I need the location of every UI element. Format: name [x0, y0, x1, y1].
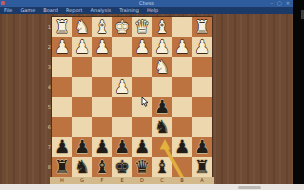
- piece-bP[interactable]: ♟: [114, 137, 130, 157]
- rank-label-6: 6: [43, 117, 51, 137]
- square-g6[interactable]: [72, 117, 92, 137]
- file-label-g: G: [72, 177, 92, 184]
- square-a4[interactable]: [192, 77, 212, 97]
- square-d2[interactable]: ♟: [132, 37, 152, 57]
- piece-wP[interactable]: ♟: [54, 37, 70, 57]
- square-b4[interactable]: [172, 77, 192, 97]
- edge-window-sliver: [301, 10, 304, 19]
- rank-label-4: 4: [43, 77, 51, 97]
- square-f5[interactable]: [92, 97, 112, 117]
- minimize-icon[interactable]: –: [271, 1, 274, 6]
- square-e7[interactable]: ♟: [112, 137, 132, 157]
- square-g8[interactable]: ♞: [72, 157, 92, 177]
- square-d5[interactable]: [132, 97, 152, 117]
- square-f2[interactable]: ♟: [92, 37, 112, 57]
- piece-wQ[interactable]: ♛: [134, 17, 150, 37]
- chess-app-window: Chess – ▢ ✕ FileGameBoardReportAnalysisT…: [0, 0, 304, 190]
- piece-bP[interactable]: ♟: [154, 97, 170, 117]
- square-c6[interactable]: ♞: [152, 117, 172, 137]
- file-label-b: B: [172, 177, 192, 184]
- square-g5[interactable]: [72, 97, 92, 117]
- piece-bP[interactable]: ♟: [174, 137, 190, 157]
- square-h8[interactable]: ♜: [52, 157, 72, 177]
- square-b3[interactable]: [172, 57, 192, 77]
- piece-wR[interactable]: ♜: [54, 17, 70, 37]
- file-label-c: C: [152, 177, 172, 184]
- piece-bP[interactable]: ♟: [134, 137, 150, 157]
- square-e3[interactable]: [112, 57, 132, 77]
- maximize-icon[interactable]: ▢: [277, 1, 282, 6]
- title-bar: Chess – ▢ ✕: [0, 0, 293, 7]
- square-c5[interactable]: ♟: [152, 97, 172, 117]
- square-g2[interactable]: ♟: [72, 37, 92, 57]
- piece-wP[interactable]: ♟: [74, 37, 90, 57]
- piece-bP[interactable]: ♟: [94, 137, 110, 157]
- square-a6[interactable]: [192, 117, 212, 137]
- square-a7[interactable]: ♟: [192, 137, 212, 157]
- square-c1[interactable]: ♝: [152, 17, 172, 37]
- piece-bK[interactable]: ♚: [114, 157, 130, 177]
- square-d6[interactable]: [132, 117, 152, 137]
- file-label-a: A: [192, 177, 212, 184]
- square-a2[interactable]: ♟: [192, 37, 212, 57]
- piece-wP[interactable]: ♟: [194, 37, 210, 57]
- taskbar-scrollbar-thumb[interactable]: [238, 186, 261, 189]
- piece-wN[interactable]: ♞: [154, 57, 170, 77]
- piece-bB[interactable]: ♝: [154, 157, 170, 177]
- square-e8[interactable]: ♚: [112, 157, 132, 177]
- screen-right-black-strip: [293, 0, 304, 184]
- rank-labels: 12345678: [43, 17, 51, 177]
- square-f3[interactable]: [92, 57, 112, 77]
- piece-bP[interactable]: ♟: [194, 137, 210, 157]
- file-labels-strip: HGFEDCBA: [50, 177, 214, 184]
- rank-label-1: 1: [43, 17, 51, 37]
- square-e6[interactable]: [112, 117, 132, 137]
- square-b6[interactable]: [172, 117, 192, 137]
- rank-label-3: 3: [43, 57, 51, 77]
- square-b1[interactable]: [172, 17, 192, 37]
- square-g1[interactable]: ♞: [72, 17, 92, 37]
- rank-label-7: 7: [43, 137, 51, 157]
- square-d8[interactable]: ♛: [132, 157, 152, 177]
- square-a1[interactable]: ♜: [192, 17, 212, 37]
- square-a3[interactable]: [192, 57, 212, 77]
- square-h3[interactable]: [52, 57, 72, 77]
- piece-wP[interactable]: ♟: [174, 37, 190, 57]
- square-c3[interactable]: ♞: [152, 57, 172, 77]
- menu-item-analysis[interactable]: Analysis: [87, 7, 116, 14]
- square-d3[interactable]: [132, 57, 152, 77]
- square-c4[interactable]: [152, 77, 172, 97]
- square-h7[interactable]: ♟: [52, 137, 72, 157]
- menu-item-game[interactable]: Game: [16, 7, 39, 14]
- piece-wP[interactable]: ♟: [94, 37, 110, 57]
- square-d4[interactable]: [132, 77, 152, 97]
- square-a5[interactable]: [192, 97, 212, 117]
- piece-wN[interactable]: ♞: [74, 17, 90, 37]
- piece-bN[interactable]: ♞: [154, 117, 170, 137]
- piece-bR[interactable]: ♜: [54, 157, 70, 177]
- file-label-f: F: [92, 177, 112, 184]
- rank-label-5: 5: [43, 97, 51, 117]
- menu-bar: FileGameBoardReportAnalysisTrainingHelp: [0, 7, 293, 14]
- square-h1[interactable]: ♜: [52, 17, 72, 37]
- square-e5[interactable]: [112, 97, 132, 117]
- square-b2[interactable]: ♟: [172, 37, 192, 57]
- square-b5[interactable]: [172, 97, 192, 117]
- square-h6[interactable]: [52, 117, 72, 137]
- square-g7[interactable]: ♟: [72, 137, 92, 157]
- window-controls: – ▢ ✕: [271, 0, 290, 7]
- menu-item-board[interactable]: Board: [39, 7, 62, 14]
- taskbar: [0, 184, 304, 190]
- piece-wP[interactable]: ♟: [134, 37, 150, 57]
- menu-item-help[interactable]: Help: [143, 7, 162, 14]
- square-c7[interactable]: [152, 137, 172, 157]
- close-icon[interactable]: ✕: [286, 1, 290, 6]
- piece-bP[interactable]: ♟: [74, 137, 90, 157]
- piece-bR[interactable]: ♜: [194, 157, 210, 177]
- piece-bQ[interactable]: ♛: [134, 157, 150, 177]
- piece-wP[interactable]: ♟: [114, 77, 130, 97]
- square-f6[interactable]: [92, 117, 112, 137]
- square-g4[interactable]: [72, 77, 92, 97]
- square-h4[interactable]: [52, 77, 72, 97]
- square-c2[interactable]: ♟: [152, 37, 172, 57]
- square-e1[interactable]: ♚: [112, 17, 132, 37]
- square-f4[interactable]: [92, 77, 112, 97]
- square-b7[interactable]: ♟: [172, 137, 192, 157]
- square-g3[interactable]: [72, 57, 92, 77]
- piece-wK[interactable]: ♚: [114, 17, 130, 37]
- file-label-d: D: [132, 177, 152, 184]
- menu-item-training[interactable]: Training: [115, 7, 143, 14]
- square-h2[interactable]: ♟: [52, 37, 72, 57]
- square-f1[interactable]: ♝: [92, 17, 112, 37]
- piece-wR[interactable]: ♜: [194, 17, 210, 37]
- piece-bP[interactable]: ♟: [54, 137, 70, 157]
- piece-wB[interactable]: ♝: [154, 17, 170, 37]
- square-d7[interactable]: ♟: [132, 137, 152, 157]
- file-label-e: E: [112, 177, 132, 184]
- piece-wP[interactable]: ♟: [154, 37, 170, 57]
- piece-bN[interactable]: ♞: [74, 157, 90, 177]
- window-title: Chess: [0, 0, 293, 7]
- square-e4[interactable]: ♟: [112, 77, 132, 97]
- square-d1[interactable]: ♛: [132, 17, 152, 37]
- square-a8[interactable]: ♜: [192, 157, 212, 177]
- menu-item-file[interactable]: File: [0, 7, 16, 14]
- square-f7[interactable]: ♟: [92, 137, 112, 157]
- square-f8[interactable]: ♝: [92, 157, 112, 177]
- square-e2[interactable]: [112, 37, 132, 57]
- piece-wB[interactable]: ♝: [94, 17, 110, 37]
- main-area: 12345678 ♜♞♝♚♛♝♜♟♟♟♟♟♟♟♞♟♟♞♟♟♟♟♟♟♟♜♞♝♚♛♝…: [0, 14, 293, 184]
- rank-label-8: 8: [43, 157, 51, 177]
- menu-item-report[interactable]: Report: [62, 7, 87, 14]
- square-h5[interactable]: [52, 97, 72, 117]
- square-b8[interactable]: [172, 157, 192, 177]
- chess-board: ♜♞♝♚♛♝♜♟♟♟♟♟♟♟♞♟♟♞♟♟♟♟♟♟♟♜♞♝♚♛♝♜: [52, 17, 212, 177]
- rank-label-2: 2: [43, 37, 51, 57]
- square-c8[interactable]: ♝: [152, 157, 172, 177]
- piece-bB[interactable]: ♝: [94, 157, 110, 177]
- file-label-h: H: [52, 177, 72, 184]
